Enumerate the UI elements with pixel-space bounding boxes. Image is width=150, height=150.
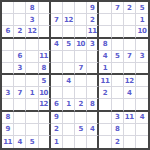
sudoku-cell-r12c1[interactable]: 11 (2, 136, 14, 148)
sudoku-cell-r3c1[interactable]: 6 (2, 26, 14, 38)
sudoku-cell-r2c5[interactable]: 7 (51, 14, 63, 26)
sudoku-cell-r6c9[interactable]: 1 (99, 63, 111, 75)
sudoku-cell-r6c5[interactable] (51, 63, 63, 75)
sudoku-cell-r5c7[interactable] (75, 51, 87, 63)
sudoku-cell-r4c12[interactable] (136, 39, 148, 51)
sudoku-cell-r10c10[interactable]: 3 (112, 112, 124, 124)
sudoku-cell-r7c7[interactable] (75, 75, 87, 87)
sudoku-cell-r2c4[interactable] (39, 14, 51, 26)
sudoku-cell-r6c1[interactable] (2, 63, 14, 75)
sudoku-cell-r9c4[interactable]: 12 (39, 99, 51, 111)
sudoku-cell-r6c8[interactable] (87, 63, 99, 75)
sudoku-cell-r10c7[interactable] (75, 112, 87, 124)
sudoku-cell-r9c10[interactable] (112, 99, 124, 111)
sudoku-cell-r10c2[interactable] (14, 112, 26, 124)
sudoku-cell-r5c1[interactable] (2, 51, 14, 63)
sudoku-cell-r5c2[interactable]: 6 (14, 51, 26, 63)
sudoku-cell-r11c9[interactable] (99, 124, 111, 136)
sudoku-cell-r7c11[interactable]: 12 (124, 75, 136, 87)
sudoku-cell-r9c11[interactable] (124, 99, 136, 111)
sudoku-cell-r8c9[interactable]: 2 (99, 87, 111, 99)
sudoku-cell-r5c12[interactable]: 3 (136, 51, 148, 63)
sudoku-cell-r5c3[interactable] (26, 51, 38, 63)
sudoku-cell-r9c9[interactable] (99, 99, 111, 111)
sudoku-cell-r11c7[interactable]: 5 (75, 124, 87, 136)
sudoku-cell-r12c3[interactable]: 5 (26, 136, 38, 148)
sudoku-cell-r2c11[interactable] (124, 14, 136, 26)
sudoku-cell-r12c5[interactable]: 1 (51, 136, 63, 148)
sudoku-cell-r7c12[interactable] (136, 75, 148, 87)
sudoku-cell-r2c1[interactable] (2, 14, 14, 26)
sudoku-cell-r7c6[interactable]: 4 (63, 75, 75, 87)
sudoku-cell-r8c11[interactable]: 4 (124, 87, 136, 99)
sudoku-cell-r9c8[interactable]: 8 (87, 99, 99, 111)
sudoku-cell-r2c10[interactable] (112, 14, 124, 26)
sudoku-cell-r8c3[interactable]: 1 (26, 87, 38, 99)
sudoku-cell-r10c5[interactable]: 9 (51, 112, 63, 124)
sudoku-cell-r1c2[interactable] (14, 2, 26, 14)
sudoku-cell-r4c3[interactable] (26, 39, 38, 51)
sudoku-cell-r1c3[interactable]: 8 (26, 2, 38, 14)
sudoku-cell-r1c12[interactable]: 5 (136, 2, 148, 14)
sudoku-cell-r10c1[interactable]: 8 (2, 112, 14, 124)
sudoku-cell-r8c12[interactable] (136, 87, 148, 99)
sudoku-cell-r5c8[interactable] (87, 51, 99, 63)
sudoku-cell-r11c10[interactable]: 8 (112, 124, 124, 136)
sudoku-cell-r2c6[interactable]: 12 (63, 14, 75, 26)
sudoku-cell-r1c1[interactable] (2, 2, 14, 14)
sudoku-cell-r4c5[interactable]: 4 (51, 39, 63, 51)
sudoku-cell-r9c5[interactable]: 6 (51, 99, 63, 111)
sudoku-cell-r2c9[interactable] (99, 14, 111, 26)
sudoku-cell-r5c5[interactable] (51, 51, 63, 63)
sudoku-cell-r3c4[interactable] (39, 26, 51, 38)
sudoku-cell-r10c9[interactable] (99, 112, 111, 124)
sudoku-cell-r3c7[interactable] (75, 26, 87, 38)
sudoku-cell-r3c3[interactable]: 12 (26, 26, 38, 38)
sudoku-cell-r2c2[interactable] (14, 14, 26, 26)
sudoku-cell-r5c10[interactable]: 5 (112, 51, 124, 63)
sudoku-cell-r8c8[interactable] (87, 87, 99, 99)
sudoku-cell-r6c7[interactable]: 7 (75, 63, 87, 75)
sudoku-cell-r7c3[interactable] (26, 75, 38, 87)
sudoku-cell-r7c4[interactable]: 5 (39, 75, 51, 87)
sudoku-cell-r2c7[interactable] (75, 14, 87, 26)
sudoku-cell-r8c2[interactable]: 7 (14, 87, 26, 99)
sudoku-cell-r10c3[interactable] (26, 112, 38, 124)
sudoku-cell-r12c9[interactable] (99, 136, 111, 148)
sudoku-cell-r3c9[interactable] (99, 26, 111, 38)
sudoku-cell-r12c12[interactable] (136, 136, 148, 148)
sudoku-cell-r7c5[interactable] (51, 75, 63, 87)
sudoku-cell-r8c4[interactable]: 10 (39, 87, 51, 99)
sudoku-cell-r6c4[interactable]: 8 (39, 63, 51, 75)
sudoku-cell-r11c3[interactable] (26, 124, 38, 136)
sudoku-cell-r6c3[interactable] (26, 63, 38, 75)
sudoku-cell-r8c1[interactable]: 3 (2, 87, 14, 99)
sudoku-cell-r1c4[interactable] (39, 2, 51, 14)
sudoku-cell-r12c6[interactable] (63, 136, 75, 148)
sudoku-cell-r11c8[interactable]: 4 (87, 124, 99, 136)
sudoku-cell-r9c12[interactable] (136, 99, 148, 111)
sudoku-cell-r3c10[interactable] (112, 26, 124, 38)
sudoku-cell-r7c1[interactable] (2, 75, 14, 87)
sudoku-cell-r4c7[interactable]: 10 (75, 39, 87, 51)
sudoku-cell-r1c5[interactable] (51, 2, 63, 14)
sudoku-cell-r2c8[interactable]: 2 (87, 14, 99, 26)
sudoku-cell-r1c7[interactable] (75, 2, 87, 14)
sudoku-cell-r6c11[interactable] (124, 63, 136, 75)
sudoku-cell-r5c11[interactable]: 7 (124, 51, 136, 63)
sudoku-cell-r3c6[interactable] (63, 26, 75, 38)
sudoku-cell-r1c8[interactable]: 9 (87, 2, 99, 14)
sudoku-cell-r12c4[interactable] (39, 136, 51, 148)
sudoku-cell-r6c12[interactable] (136, 63, 148, 75)
sudoku-cell-r7c8[interactable] (87, 75, 99, 87)
sudoku-cell-r1c11[interactable]: 2 (124, 2, 136, 14)
sudoku-cell-r10c4[interactable] (39, 112, 51, 124)
sudoku-cell-r12c8[interactable] (87, 136, 99, 148)
sudoku-cell-r11c12[interactable] (136, 124, 148, 136)
sudoku-cell-r12c10[interactable]: 2 (112, 136, 124, 148)
sudoku-cell-r10c12[interactable]: 4 (136, 112, 148, 124)
sudoku-cell-r11c5[interactable]: 2 (51, 124, 63, 136)
sudoku-cell-r4c4[interactable] (39, 39, 51, 51)
sudoku-cell-r8c7[interactable] (75, 87, 87, 99)
sudoku-cell-r1c9[interactable] (99, 2, 111, 14)
sudoku-cell-r3c12[interactable]: 10 (136, 26, 148, 38)
sudoku-cell-r5c6[interactable] (63, 51, 75, 63)
sudoku-cell-r9c7[interactable]: 2 (75, 99, 87, 111)
sudoku-cell-r2c3[interactable]: 3 (26, 14, 38, 26)
sudoku-cell-r10c11[interactable]: 11 (124, 112, 136, 124)
sudoku-cell-r4c8[interactable]: 3 (87, 39, 99, 51)
sudoku-cell-r3c2[interactable]: 2 (14, 26, 26, 38)
sudoku-board: 8972537122162121110451038611457338715411… (0, 0, 150, 150)
sudoku-cell-r8c10[interactable] (112, 87, 124, 99)
sudoku-cell-r6c10[interactable] (112, 63, 124, 75)
sudoku-cell-r7c9[interactable]: 11 (99, 75, 111, 87)
sudoku-cell-r9c1[interactable] (2, 99, 14, 111)
sudoku-cell-r2c12[interactable]: 1 (136, 14, 148, 26)
sudoku-cell-r4c11[interactable] (124, 39, 136, 51)
sudoku-cell-r1c6[interactable] (63, 2, 75, 14)
sudoku-cell-r6c6[interactable] (63, 63, 75, 75)
sudoku-cell-r8c6[interactable] (63, 87, 75, 99)
sudoku-cell-r4c1[interactable] (2, 39, 14, 51)
sudoku-cell-r4c2[interactable] (14, 39, 26, 51)
sudoku-cell-r8c5[interactable] (51, 87, 63, 99)
sudoku-cell-r10c8[interactable] (87, 112, 99, 124)
sudoku-cell-r4c10[interactable] (112, 39, 124, 51)
sudoku-cell-r5c9[interactable]: 4 (99, 51, 111, 63)
sudoku-cell-r11c6[interactable] (63, 124, 75, 136)
sudoku-cell-r5c4[interactable]: 11 (39, 51, 51, 63)
sudoku-cell-r11c1[interactable]: 9 (2, 124, 14, 136)
sudoku-cell-r1c10[interactable]: 7 (112, 2, 124, 14)
sudoku-cell-r9c6[interactable]: 1 (63, 99, 75, 111)
sudoku-cell-r4c6[interactable]: 5 (63, 39, 75, 51)
sudoku-cell-r4c9[interactable]: 8 (99, 39, 111, 51)
sudoku-cell-r7c2[interactable] (14, 75, 26, 87)
sudoku-cell-r9c2[interactable] (14, 99, 26, 111)
sudoku-cell-r7c10[interactable] (112, 75, 124, 87)
sudoku-cell-r11c4[interactable] (39, 124, 51, 136)
sudoku-cell-r11c11[interactable] (124, 124, 136, 136)
sudoku-cell-r6c2[interactable]: 3 (14, 63, 26, 75)
sudoku-cell-r3c5[interactable] (51, 26, 63, 38)
sudoku-cell-r3c11[interactable] (124, 26, 136, 38)
sudoku-cell-r12c11[interactable] (124, 136, 136, 148)
sudoku-cell-r10c6[interactable] (63, 112, 75, 124)
sudoku-cell-r11c2[interactable] (14, 124, 26, 136)
sudoku-cell-r12c7[interactable] (75, 136, 87, 148)
sudoku-cell-r3c8[interactable]: 11 (87, 26, 99, 38)
sudoku-cell-r12c2[interactable]: 4 (14, 136, 26, 148)
sudoku-cell-r9c3[interactable] (26, 99, 38, 111)
